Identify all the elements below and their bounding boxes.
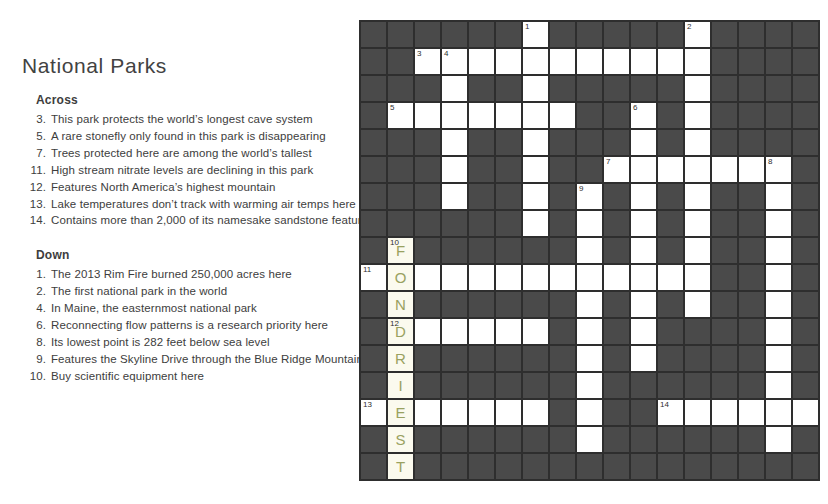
clue: 8.Its lowest point is 282 feet below sea…	[22, 334, 357, 351]
block-cell	[469, 454, 494, 479]
block-cell	[550, 400, 575, 425]
cell-number: 8	[768, 157, 772, 167]
grid-cell[interactable]	[766, 292, 791, 317]
block-cell	[793, 184, 818, 209]
grid-cell[interactable]	[766, 373, 791, 398]
grid-cell[interactable]	[577, 238, 602, 263]
block-cell	[388, 130, 413, 155]
block-cell	[415, 373, 440, 398]
block-cell	[550, 373, 575, 398]
block-cell	[415, 427, 440, 452]
block-cell	[658, 427, 683, 452]
block-cell	[712, 238, 737, 263]
grid-cell[interactable]: R	[388, 346, 413, 371]
block-cell	[658, 373, 683, 398]
block-cell	[496, 373, 521, 398]
grid-cell[interactable]	[658, 49, 683, 74]
block-cell	[793, 373, 818, 398]
block-cell	[442, 373, 467, 398]
grid-cell[interactable]	[604, 49, 629, 74]
grid-cell[interactable]	[469, 265, 494, 290]
grid-cell[interactable]	[766, 319, 791, 344]
block-cell	[361, 238, 386, 263]
clue-number: 7.	[22, 145, 46, 162]
clue-text: Buy scientific equipment here	[51, 368, 357, 385]
block-cell	[658, 346, 683, 371]
block-cell	[361, 184, 386, 209]
block-cell	[496, 211, 521, 236]
block-cell	[361, 103, 386, 128]
block-cell	[577, 103, 602, 128]
block-cell	[766, 130, 791, 155]
grid-cell[interactable]	[442, 76, 467, 101]
block-cell	[793, 157, 818, 182]
cell-number: 14	[660, 400, 669, 410]
clue-number: 11.	[22, 162, 46, 179]
block-cell	[496, 184, 521, 209]
block-cell	[685, 346, 710, 371]
block-cell	[415, 346, 440, 371]
grid-cell[interactable]: T	[388, 454, 413, 479]
block-cell	[658, 76, 683, 101]
cell-number: 5	[390, 103, 394, 113]
grid-cell[interactable]	[523, 184, 548, 209]
cell-number: 13	[363, 400, 372, 410]
clue: 11.High stream nitrate levels are declin…	[22, 162, 357, 179]
clue-number: 14.	[22, 212, 46, 229]
block-cell	[523, 238, 548, 263]
block-cell	[739, 265, 764, 290]
block-cell	[415, 454, 440, 479]
grid-cell[interactable]	[766, 400, 791, 425]
grid-cell[interactable]: 2	[685, 22, 710, 47]
grid-cell[interactable]	[766, 211, 791, 236]
grid-cell[interactable]	[442, 103, 467, 128]
block-cell	[712, 130, 737, 155]
block-cell	[604, 427, 629, 452]
grid-cell[interactable]	[793, 400, 818, 425]
block-cell	[793, 292, 818, 317]
grid-cell[interactable]	[685, 130, 710, 155]
cell-letter: F	[388, 238, 413, 263]
block-cell	[631, 76, 656, 101]
grid-cell[interactable]	[685, 49, 710, 74]
block-cell	[469, 157, 494, 182]
cell-number: 3	[417, 49, 421, 59]
block-cell	[712, 22, 737, 47]
block-cell	[442, 292, 467, 317]
grid-cell[interactable]	[685, 184, 710, 209]
grid-cell[interactable]: 11	[361, 265, 386, 290]
grid-cell[interactable]	[496, 319, 521, 344]
grid-cell[interactable]	[523, 400, 548, 425]
block-cell	[793, 103, 818, 128]
block-cell	[523, 373, 548, 398]
grid-cell[interactable]	[523, 265, 548, 290]
cell-letter: S	[388, 427, 413, 452]
block-cell	[604, 103, 629, 128]
block-cell	[712, 292, 737, 317]
block-cell	[658, 184, 683, 209]
block-cell	[685, 427, 710, 452]
block-cell	[415, 292, 440, 317]
block-cell	[793, 454, 818, 479]
grid-cell[interactable]	[604, 265, 629, 290]
grid-cell[interactable]	[766, 238, 791, 263]
clue: 9.Features the Skyline Drive through the…	[22, 351, 357, 368]
block-cell	[604, 22, 629, 47]
block-cell	[577, 22, 602, 47]
block-cell	[388, 184, 413, 209]
grid-cell[interactable]: 5	[388, 103, 413, 128]
grid-cell[interactable]	[523, 157, 548, 182]
block-cell	[442, 238, 467, 263]
grid-cell[interactable]	[631, 157, 656, 182]
block-cell	[388, 49, 413, 74]
grid-cell[interactable]: 3	[415, 49, 440, 74]
clue: 5.A rare stonefly only found in this par…	[22, 128, 357, 145]
grid-cell[interactable]	[550, 49, 575, 74]
block-cell	[496, 454, 521, 479]
block-cell	[550, 238, 575, 263]
block-cell	[496, 292, 521, 317]
block-cell	[388, 22, 413, 47]
block-cell	[415, 76, 440, 101]
grid-cell[interactable]	[577, 265, 602, 290]
grid-cell[interactable]	[442, 130, 467, 155]
grid-cell[interactable]	[712, 400, 737, 425]
grid-cell[interactable]: 10F	[388, 238, 413, 263]
block-cell	[469, 130, 494, 155]
block-cell	[712, 184, 737, 209]
block-cell	[793, 22, 818, 47]
grid-cell[interactable]	[631, 238, 656, 263]
grid-cell[interactable]: 1	[523, 22, 548, 47]
block-cell	[604, 130, 629, 155]
block-cell	[766, 76, 791, 101]
block-cell	[415, 238, 440, 263]
grid-cell[interactable]	[685, 265, 710, 290]
block-cell	[712, 427, 737, 452]
clue: 7.Trees protected here are among the wor…	[22, 145, 357, 162]
clue-text: Its lowest point is 282 feet below sea l…	[51, 334, 357, 351]
grid-cell[interactable]	[523, 319, 548, 344]
grid-cell[interactable]: I	[388, 373, 413, 398]
block-cell	[604, 454, 629, 479]
grid-cell[interactable]	[577, 211, 602, 236]
grid-cell[interactable]	[658, 157, 683, 182]
grid-cell[interactable]	[685, 238, 710, 263]
block-cell	[604, 373, 629, 398]
block-cell	[577, 454, 602, 479]
clue-text: Trees protected here are among the world…	[51, 145, 357, 162]
clue-text: This park protects the world’s longest c…	[51, 111, 357, 128]
block-cell	[658, 22, 683, 47]
grid-cell[interactable]	[469, 49, 494, 74]
cell-letter: E	[388, 400, 413, 425]
grid-cell[interactable]	[577, 319, 602, 344]
cell-letter: D	[388, 319, 413, 344]
grid-cell[interactable]: 13	[361, 400, 386, 425]
clue-text: Features the Skyline Drive through the B…	[51, 351, 369, 368]
block-cell	[793, 319, 818, 344]
grid-cell[interactable]	[523, 130, 548, 155]
grid-cell[interactable]	[550, 265, 575, 290]
block-cell	[712, 319, 737, 344]
block-cell	[415, 157, 440, 182]
block-cell	[550, 130, 575, 155]
block-cell	[658, 211, 683, 236]
cell-number: 9	[579, 184, 583, 194]
clue: 10.Buy scientific equipment here	[22, 368, 357, 385]
block-cell	[739, 49, 764, 74]
block-cell	[469, 184, 494, 209]
grid-cell[interactable]: 8	[766, 157, 791, 182]
block-cell	[577, 76, 602, 101]
grid-cell[interactable]: N	[388, 292, 413, 317]
grid-cell[interactable]	[631, 211, 656, 236]
block-cell	[388, 211, 413, 236]
block-cell	[496, 427, 521, 452]
grid-cell[interactable]	[631, 265, 656, 290]
grid-cell[interactable]	[577, 292, 602, 317]
block-cell	[793, 427, 818, 452]
grid-cell[interactable]	[496, 49, 521, 74]
grid-cell[interactable]	[631, 319, 656, 344]
block-cell	[496, 22, 521, 47]
clue-text: Lake temperatures don’t track with warmi…	[51, 196, 357, 213]
block-cell	[766, 49, 791, 74]
grid-cell[interactable]	[766, 346, 791, 371]
grid-cell[interactable]	[442, 319, 467, 344]
block-cell	[469, 238, 494, 263]
block-cell	[604, 319, 629, 344]
block-cell	[361, 373, 386, 398]
block-cell	[550, 184, 575, 209]
block-cell	[712, 76, 737, 101]
block-cell	[739, 76, 764, 101]
down-section: Down 1.The 2013 Rim Fire burned 250,000 …	[22, 248, 357, 384]
clue-text: High stream nitrate levels are declining…	[51, 162, 357, 179]
clue-text: The first national park in the world	[51, 283, 357, 300]
block-cell	[793, 265, 818, 290]
grid-cell[interactable]: 9	[577, 184, 602, 209]
block-cell	[550, 211, 575, 236]
grid-cell[interactable]	[577, 427, 602, 452]
down-section-header: Down	[36, 248, 357, 262]
block-cell	[604, 346, 629, 371]
grid-cell[interactable]	[685, 76, 710, 101]
grid-cell[interactable]	[469, 400, 494, 425]
block-cell	[685, 319, 710, 344]
grid-cell[interactable]	[577, 49, 602, 74]
clue: 12.Features North America’s highest moun…	[22, 179, 357, 196]
grid-cell[interactable]: 14	[658, 400, 683, 425]
grid-cell[interactable]	[739, 400, 764, 425]
block-cell	[712, 103, 737, 128]
block-cell	[712, 346, 737, 371]
clue-number: 5.	[22, 128, 46, 145]
block-cell	[442, 211, 467, 236]
grid-cell[interactable]	[658, 265, 683, 290]
grid-cell[interactable]	[415, 265, 440, 290]
grid-cell[interactable]	[631, 130, 656, 155]
clue-number: 6.	[22, 317, 46, 334]
block-cell	[550, 157, 575, 182]
block-cell	[685, 454, 710, 479]
grid-cell[interactable]	[685, 157, 710, 182]
grid-cell[interactable]	[577, 373, 602, 398]
grid-cell[interactable]	[415, 400, 440, 425]
block-cell	[550, 427, 575, 452]
grid-cell[interactable]	[550, 103, 575, 128]
cell-letter: R	[388, 346, 413, 371]
block-cell	[361, 157, 386, 182]
crossword-grid: 12345678910F11ON12DRI13E14ST	[359, 20, 820, 481]
block-cell	[604, 238, 629, 263]
block-cell	[766, 22, 791, 47]
grid-cell[interactable]	[469, 103, 494, 128]
block-cell	[442, 22, 467, 47]
grid-cell[interactable]: 7	[604, 157, 629, 182]
cell-number: 7	[606, 157, 610, 167]
grid-cell[interactable]	[577, 400, 602, 425]
block-cell	[604, 400, 629, 425]
grid-cell[interactable]	[766, 427, 791, 452]
clue-number: 2.	[22, 283, 46, 300]
cell-number: 6	[633, 103, 637, 113]
clue: 1.The 2013 Rim Fire burned 250,000 acres…	[22, 266, 357, 283]
grid-cell[interactable]	[577, 346, 602, 371]
grid-cell[interactable]	[442, 157, 467, 182]
block-cell	[739, 22, 764, 47]
block-cell	[739, 238, 764, 263]
grid-cell[interactable]	[631, 49, 656, 74]
grid-cell[interactable]	[496, 103, 521, 128]
block-cell	[361, 49, 386, 74]
grid-cell[interactable]	[523, 103, 548, 128]
block-cell	[550, 319, 575, 344]
puzzle-title: National Parks	[22, 54, 357, 78]
block-cell	[631, 454, 656, 479]
grid-cell[interactable]	[685, 211, 710, 236]
block-cell	[793, 211, 818, 236]
grid-cell[interactable]	[523, 76, 548, 101]
grid-cell[interactable]	[766, 184, 791, 209]
block-cell	[415, 130, 440, 155]
cell-letter: T	[388, 454, 413, 479]
block-cell	[739, 346, 764, 371]
grid-cell[interactable]	[442, 184, 467, 209]
clue-text: Reconnecting flow patterns is a research…	[51, 317, 357, 334]
block-cell	[496, 76, 521, 101]
block-cell	[712, 49, 737, 74]
grid-cell[interactable]	[523, 211, 548, 236]
cell-number: 11	[363, 265, 371, 275]
grid-cell[interactable]	[442, 265, 467, 290]
grid-cell[interactable]: O	[388, 265, 413, 290]
block-cell	[415, 184, 440, 209]
block-cell	[469, 292, 494, 317]
grid-cell[interactable]: S	[388, 427, 413, 452]
block-cell	[658, 454, 683, 479]
block-cell	[739, 454, 764, 479]
block-cell	[442, 454, 467, 479]
grid-cell[interactable]	[496, 265, 521, 290]
block-cell	[550, 22, 575, 47]
block-cell	[604, 76, 629, 101]
block-cell	[712, 373, 737, 398]
block-cell	[739, 211, 764, 236]
clue: 4.In Maine, the easternmost national par…	[22, 300, 357, 317]
block-cell	[415, 211, 440, 236]
clue-number: 10.	[22, 368, 46, 385]
block-cell	[550, 76, 575, 101]
block-cell	[739, 427, 764, 452]
block-cell	[496, 238, 521, 263]
cell-number: 4	[444, 49, 448, 59]
grid-cell[interactable]	[685, 400, 710, 425]
block-cell	[550, 454, 575, 479]
block-cell	[361, 292, 386, 317]
cell-number: 1	[525, 22, 529, 32]
block-cell	[469, 346, 494, 371]
block-cell	[469, 373, 494, 398]
clue-number: 13.	[22, 196, 46, 213]
grid-cell[interactable]: 12D	[388, 319, 413, 344]
grid-cell[interactable]	[739, 157, 764, 182]
block-cell	[793, 49, 818, 74]
block-cell	[739, 103, 764, 128]
clue-number: 1.	[22, 266, 46, 283]
block-cell	[361, 76, 386, 101]
grid-cell[interactable]	[442, 400, 467, 425]
grid-cell[interactable]	[631, 292, 656, 317]
block-cell	[523, 454, 548, 479]
grid-cell[interactable]	[469, 319, 494, 344]
grid-cell[interactable]	[415, 319, 440, 344]
grid-cell[interactable]: 4	[442, 49, 467, 74]
block-cell	[631, 427, 656, 452]
block-cell	[739, 373, 764, 398]
grid-cell[interactable]	[712, 157, 737, 182]
clue: 13.Lake temperatures don’t track with wa…	[22, 196, 357, 213]
block-cell	[712, 211, 737, 236]
grid-cell[interactable]	[685, 103, 710, 128]
clue-number: 4.	[22, 300, 46, 317]
grid-cell[interactable]	[685, 292, 710, 317]
grid-cell[interactable]	[631, 184, 656, 209]
grid-cell[interactable]: 6	[631, 103, 656, 128]
block-cell	[631, 400, 656, 425]
grid-cell[interactable]	[496, 400, 521, 425]
grid-cell[interactable]: E	[388, 400, 413, 425]
block-cell	[415, 22, 440, 47]
clue-number: 12.	[22, 179, 46, 196]
block-cell	[577, 130, 602, 155]
block-cell	[388, 76, 413, 101]
block-cell	[793, 130, 818, 155]
grid-cell[interactable]	[631, 346, 656, 371]
grid-cell[interactable]	[766, 265, 791, 290]
grid-cell[interactable]	[523, 49, 548, 74]
cell-letter: O	[388, 265, 413, 290]
cell-number: 2	[687, 22, 691, 32]
grid-cell[interactable]	[415, 103, 440, 128]
block-cell	[712, 454, 737, 479]
block-cell	[739, 319, 764, 344]
block-cell	[793, 76, 818, 101]
